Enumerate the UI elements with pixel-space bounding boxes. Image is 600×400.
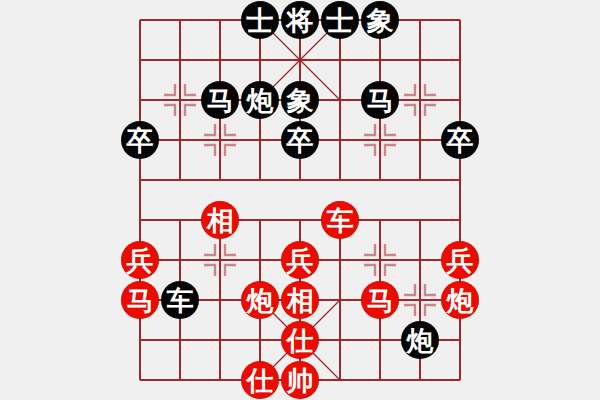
piece-red-general[interactable]: 帅 <box>281 361 319 399</box>
piece-red-horse[interactable]: 马 <box>361 281 399 319</box>
piece-black-elephant[interactable]: 象 <box>361 1 399 39</box>
piece-black-soldier[interactable]: 卒 <box>121 121 159 159</box>
piece-black-cannon[interactable]: 炮 <box>401 321 439 359</box>
piece-black-chariot[interactable]: 车 <box>161 281 199 319</box>
xiangqi-app: 士将士象马炮象马卒卒卒相车兵兵兵马车炮相马炮仕炮仕帅 <box>0 0 600 400</box>
piece-red-soldier[interactable]: 兵 <box>281 241 319 279</box>
piece-red-horse[interactable]: 马 <box>121 281 159 319</box>
pieces-layer: 士将士象马炮象马卒卒卒相车兵兵兵马车炮相马炮仕炮仕帅 <box>120 0 480 400</box>
piece-red-advisor[interactable]: 仕 <box>281 321 319 359</box>
piece-black-elephant[interactable]: 象 <box>281 81 319 119</box>
xiangqi-board[interactable]: 士将士象马炮象马卒卒卒相车兵兵兵马车炮相马炮仕炮仕帅 <box>0 0 600 400</box>
piece-black-advisor[interactable]: 士 <box>241 1 279 39</box>
piece-red-cannon[interactable]: 炮 <box>241 281 279 319</box>
piece-red-cannon[interactable]: 炮 <box>441 281 479 319</box>
piece-black-cannon[interactable]: 炮 <box>241 81 279 119</box>
piece-red-chariot[interactable]: 车 <box>321 201 359 239</box>
piece-black-horse[interactable]: 马 <box>361 81 399 119</box>
piece-black-soldier[interactable]: 卒 <box>441 121 479 159</box>
piece-black-horse[interactable]: 马 <box>201 81 239 119</box>
piece-red-soldier[interactable]: 兵 <box>441 241 479 279</box>
piece-red-advisor[interactable]: 仕 <box>241 361 279 399</box>
piece-black-soldier[interactable]: 卒 <box>281 121 319 159</box>
piece-black-general[interactable]: 将 <box>281 1 319 39</box>
piece-red-elephant[interactable]: 相 <box>281 281 319 319</box>
piece-red-soldier[interactable]: 兵 <box>121 241 159 279</box>
piece-black-advisor[interactable]: 士 <box>321 1 359 39</box>
piece-red-elephant[interactable]: 相 <box>201 201 239 239</box>
